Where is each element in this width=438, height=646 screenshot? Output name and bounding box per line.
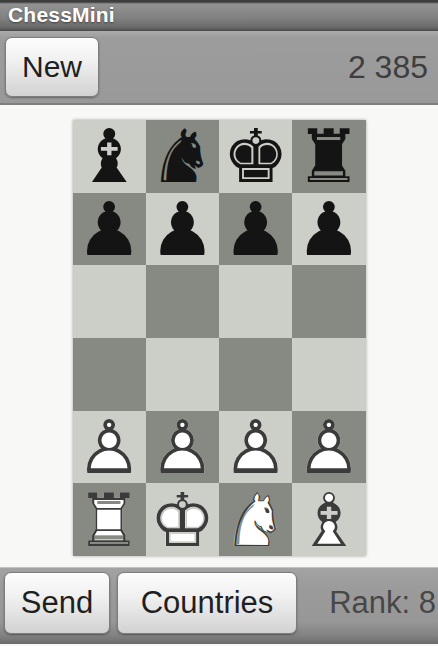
square-a6[interactable]: ♝ — [73, 120, 146, 193]
piece-glyph: ♞ — [149, 120, 215, 193]
square-b6[interactable]: ♞ — [146, 120, 219, 193]
white-king[interactable]: ♚♔ — [149, 483, 215, 556]
square-b4[interactable] — [146, 265, 219, 338]
countries-button[interactable]: Countries — [117, 572, 297, 634]
piece-outline-glyph: ♘ — [222, 483, 288, 556]
board-area: ♝♞♚♜♟♟♟♟♟♙♟♙♟♙♟♙♜♖♚♔♞♘♝♗ — [0, 105, 438, 567]
square-c3[interactable] — [219, 338, 292, 411]
top-panel: New 2 385 — [0, 31, 438, 105]
square-c2[interactable]: ♟♙ — [219, 411, 292, 484]
white-pawn[interactable]: ♟♙ — [149, 411, 215, 484]
piece-outline-glyph: ♙ — [222, 411, 288, 484]
black-king[interactable]: ♚ — [222, 120, 288, 193]
square-d3[interactable] — [292, 338, 365, 411]
black-pawn[interactable]: ♟ — [222, 193, 288, 266]
square-c6[interactable]: ♚ — [219, 120, 292, 193]
piece-outline-glyph: ♙ — [149, 411, 215, 484]
title-bar: ChessMini — [0, 0, 438, 31]
square-c5[interactable]: ♟ — [219, 193, 292, 266]
white-bishop[interactable]: ♝♗ — [296, 483, 362, 556]
square-a4[interactable] — [73, 265, 146, 338]
piece-glyph: ♜ — [296, 120, 362, 193]
white-pawn[interactable]: ♟♙ — [296, 411, 362, 484]
square-a1[interactable]: ♜♖ — [73, 483, 146, 556]
black-knight[interactable]: ♞ — [149, 120, 215, 193]
square-a2[interactable]: ♟♙ — [73, 411, 146, 484]
piece-outline-glyph: ♔ — [149, 483, 215, 556]
square-d1[interactable]: ♝♗ — [292, 483, 365, 556]
square-c4[interactable] — [219, 265, 292, 338]
square-d6[interactable]: ♜ — [292, 120, 365, 193]
square-b2[interactable]: ♟♙ — [146, 411, 219, 484]
white-knight[interactable]: ♞♘ — [222, 483, 288, 556]
square-b5[interactable]: ♟ — [146, 193, 219, 266]
piece-outline-glyph: ♙ — [76, 411, 142, 484]
square-a3[interactable] — [73, 338, 146, 411]
black-rook[interactable]: ♜ — [296, 120, 362, 193]
rank-label: Rank: 8 — [329, 585, 436, 621]
piece-outline-glyph: ♙ — [296, 411, 362, 484]
square-b3[interactable] — [146, 338, 219, 411]
black-bishop[interactable]: ♝ — [76, 120, 142, 193]
black-pawn[interactable]: ♟ — [149, 193, 215, 266]
piece-glyph: ♚ — [222, 120, 288, 193]
square-a5[interactable]: ♟ — [73, 193, 146, 266]
bottom-panel: Send Countries Rank: 8 — [0, 567, 438, 644]
send-button[interactable]: Send — [4, 572, 110, 634]
square-d2[interactable]: ♟♙ — [292, 411, 365, 484]
piece-glyph: ♟ — [76, 193, 142, 266]
black-pawn[interactable]: ♟ — [296, 193, 362, 266]
piece-glyph: ♟ — [222, 193, 288, 266]
white-rook[interactable]: ♜♖ — [76, 483, 142, 556]
new-button[interactable]: New — [5, 37, 99, 97]
white-pawn[interactable]: ♟♙ — [222, 411, 288, 484]
score-value: 2 385 — [348, 49, 432, 86]
piece-glyph: ♟ — [296, 193, 362, 266]
square-c1[interactable]: ♞♘ — [219, 483, 292, 556]
piece-outline-glyph: ♗ — [296, 483, 362, 556]
white-pawn[interactable]: ♟♙ — [76, 411, 142, 484]
square-d4[interactable] — [292, 265, 365, 338]
black-pawn[interactable]: ♟ — [76, 193, 142, 266]
piece-glyph: ♝ — [76, 120, 142, 193]
square-b1[interactable]: ♚♔ — [146, 483, 219, 556]
board[interactable]: ♝♞♚♜♟♟♟♟♟♙♟♙♟♙♟♙♜♖♚♔♞♘♝♗ — [73, 120, 366, 556]
square-d5[interactable]: ♟ — [292, 193, 365, 266]
piece-outline-glyph: ♖ — [76, 483, 142, 556]
app-title: ChessMini — [8, 3, 115, 27]
piece-glyph: ♟ — [149, 193, 215, 266]
